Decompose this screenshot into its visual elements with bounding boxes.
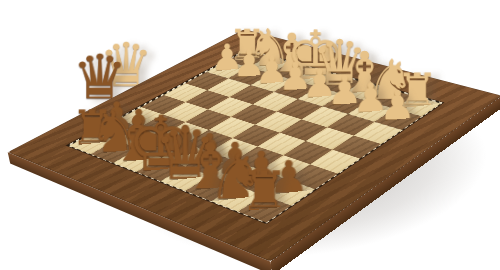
- square-a8: ♜: [238, 195, 291, 222]
- white-pawn-g2: ♟: [221, 32, 277, 76]
- white-bishop-f1: ♝: [264, 27, 320, 71]
- square-h2: ♟: [206, 61, 248, 78]
- white-pawn-e2: ♟: [266, 44, 324, 90]
- square-g2: ♟: [228, 67, 271, 85]
- pawn-glyph: ♟: [302, 64, 337, 103]
- chess-set-photo: ♜♞♝♚♛♝♞♜♟♟♟♟♟♟♟♟♟♟♟♟♟♟♟♟♜♞♝♚♛♝♞♜ ♛♛: [0, 0, 500, 270]
- pawn-glyph: ♟: [379, 85, 416, 126]
- board-inlay-border: ♜♞♝♚♛♝♞♜♟♟♟♟♟♟♟♟♟♟♟♟♟♟♟♟♜♞♝♚♛♝♞♜: [65, 49, 444, 225]
- square-e2: ♟: [274, 80, 318, 99]
- scene: ♜♞♝♚♛♝♞♜♟♟♟♟♟♟♟♟♟♟♟♟♟♟♟♟♜♞♝♚♛♝♞♜ ♛♛: [0, 0, 500, 270]
- square-f3: [230, 85, 274, 104]
- square-d2: ♟: [298, 87, 343, 106]
- pawn-glyph: ♟: [211, 39, 244, 75]
- square-e1: ♚: [294, 69, 337, 87]
- black-rook-a8: ♜: [230, 154, 300, 209]
- rook-glyph: ♜: [228, 23, 266, 66]
- white-knight-g1: ♞: [242, 22, 297, 66]
- white-king-e1: ♚: [287, 33, 344, 78]
- pawn-glyph: ♟: [255, 51, 289, 88]
- extra-white-queen: ♛: [98, 42, 154, 86]
- perspective-wrapper: ♜♞♝♚♛♝♞♜♟♟♟♟♟♟♟♟♟♟♟♟♟♟♟♟♜♞♝♚♛♝♞♜ ♛♛: [0, 0, 500, 270]
- square-g3: [207, 79, 250, 98]
- square-h3: [185, 72, 228, 90]
- rook-glyph: ♜: [240, 163, 289, 218]
- king-glyph: ♚: [285, 21, 345, 88]
- pawn-glyph: ♟: [278, 58, 312, 96]
- square-g1: ♞: [249, 56, 291, 73]
- square-h1: ♜: [227, 51, 268, 68]
- square-e3: [253, 92, 298, 112]
- square-f2: ♟: [251, 74, 294, 92]
- white-pawn-f2: ♟: [243, 38, 300, 83]
- white-pawn-a2: ♟: [367, 71, 429, 120]
- square-a2: ♟: [374, 109, 421, 130]
- playing-field: ♜♞♝♚♛♝♞♜♟♟♟♟♟♟♟♟♟♟♟♟♟♟♟♟♜♞♝♚♛♝♞♜: [69, 51, 440, 223]
- bishop-glyph: ♝: [268, 27, 316, 80]
- white-rook-h1: ♜: [220, 16, 274, 59]
- square-f1: ♝: [271, 63, 314, 81]
- knight-glyph: ♞: [246, 22, 292, 73]
- white-pawn-h2: ♟: [200, 26, 255, 70]
- square-d3: [277, 99, 323, 119]
- pawn-glyph: ♟: [233, 45, 266, 82]
- queen-glyph: ♛: [99, 35, 153, 95]
- chess-board: ♜♞♝♚♛♝♞♜♟♟♟♟♟♟♟♟♟♟♟♟♟♟♟♟♜♞♝♚♛♝♞♜ ♛♛: [8, 29, 500, 261]
